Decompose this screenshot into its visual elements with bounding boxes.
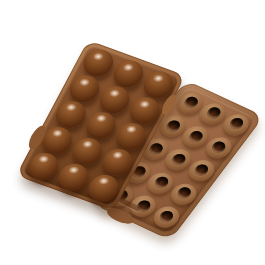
cavity-hole [228,116,246,131]
specular-highlight [125,125,137,133]
specular-highlight [81,140,93,148]
specular-highlight [98,177,110,185]
specular-highlight [111,151,123,159]
specular-highlight [139,100,151,108]
specular-highlight [109,89,121,97]
cavity-hole [170,152,188,167]
cavity-hole [205,106,223,121]
specular-highlight [68,166,80,174]
specular-highlight [122,63,134,71]
specular-highlight [79,78,91,86]
cavity-hole [193,163,211,178]
specular-highlight [92,52,104,60]
specular-highlight [51,129,63,137]
cavity-hole [182,95,200,110]
specular-highlight [95,114,107,122]
specular-highlight [65,103,77,111]
cavity-hole [175,186,193,201]
cavity-hole [210,140,228,155]
product-photo [0,0,265,265]
cavity-hole [187,129,205,144]
specular-highlight [152,74,164,82]
specular-highlight [38,155,50,163]
cavity-hole [164,118,182,133]
cavity-hole [152,175,170,190]
cavity-hole [158,209,176,224]
